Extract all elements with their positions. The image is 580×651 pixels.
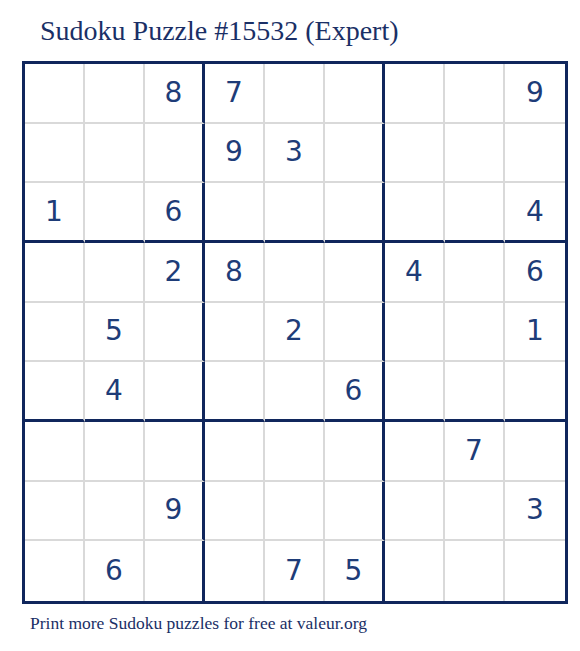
cell-r8c4 [205,482,265,542]
given-digit: 2 [165,258,183,286]
cell-r3c3: 6 [145,183,205,243]
cell-r2c8 [445,124,505,184]
given-digit: 6 [526,258,544,286]
cell-r9c7 [385,541,445,601]
given-digit: 9 [165,496,183,524]
given-digit: 8 [225,258,243,286]
cell-r4c7: 4 [385,243,445,303]
cell-r5c1 [25,303,85,363]
cell-r7c6 [325,422,385,482]
cell-r1c2 [85,64,145,124]
cell-r3c6 [325,183,385,243]
cell-r5c2: 5 [85,303,145,363]
given-digit: 9 [225,138,243,166]
given-digit: 4 [105,377,123,405]
cell-r9c5: 7 [265,541,325,601]
given-digit: 4 [526,198,544,226]
cell-r8c9: 3 [505,482,565,542]
cell-r5c9: 1 [505,303,565,363]
cell-r9c6: 5 [325,541,385,601]
cell-r4c5 [265,243,325,303]
cell-r5c6 [325,303,385,363]
cell-r8c7 [385,482,445,542]
given-digit: 3 [526,496,544,524]
cell-r9c1 [25,541,85,601]
cell-r2c9 [505,124,565,184]
cell-r3c9: 4 [505,183,565,243]
cell-r7c4 [205,422,265,482]
cell-r8c3: 9 [145,482,205,542]
cell-r7c5 [265,422,325,482]
given-digit: 7 [225,79,243,107]
cell-r1c5 [265,64,325,124]
sudoku-page: Sudoku Puzzle #15532 (Expert) 8799316428… [0,0,580,651]
cell-r2c6 [325,124,385,184]
cell-r1c3: 8 [145,64,205,124]
cell-r1c9: 9 [505,64,565,124]
cell-r5c3 [145,303,205,363]
cell-r2c7 [385,124,445,184]
cell-r1c4: 7 [205,64,265,124]
cell-r7c3 [145,422,205,482]
cell-r9c3 [145,541,205,601]
cell-r8c8 [445,482,505,542]
cell-r9c8 [445,541,505,601]
given-digit: 1 [526,317,544,345]
cell-r2c5: 3 [265,124,325,184]
cell-r4c6 [325,243,385,303]
cell-r8c6 [325,482,385,542]
given-digit: 3 [285,138,303,166]
given-digit: 6 [105,557,123,585]
cell-r3c2 [85,183,145,243]
cell-r4c2 [85,243,145,303]
given-digit: 1 [45,198,63,226]
cell-r6c6: 6 [325,362,385,422]
cell-r2c1 [25,124,85,184]
cell-r6c8 [445,362,505,422]
cell-r2c3 [145,124,205,184]
cell-r7c1 [25,422,85,482]
cell-r8c2 [85,482,145,542]
cell-r9c9 [505,541,565,601]
cell-r1c7 [385,64,445,124]
given-digit: 5 [105,317,123,345]
cell-r7c2 [85,422,145,482]
cell-r7c9 [505,422,565,482]
cell-r1c6 [325,64,385,124]
given-digit: 2 [285,317,303,345]
cell-r3c4 [205,183,265,243]
cell-r4c9: 6 [505,243,565,303]
cell-r1c8 [445,64,505,124]
cell-r8c5 [265,482,325,542]
cell-r3c7 [385,183,445,243]
cell-r6c2: 4 [85,362,145,422]
cell-r1c1 [25,64,85,124]
cell-r5c5: 2 [265,303,325,363]
cell-r4c3: 2 [145,243,205,303]
cell-r5c4 [205,303,265,363]
cell-r6c4 [205,362,265,422]
cell-r4c1 [25,243,85,303]
cell-r9c2: 6 [85,541,145,601]
cell-r7c7 [385,422,445,482]
given-digit: 4 [405,258,423,286]
given-digit: 5 [345,557,363,585]
cell-r6c7 [385,362,445,422]
given-digit: 9 [526,79,544,107]
cell-r6c3 [145,362,205,422]
cell-r8c1 [25,482,85,542]
sudoku-grid: 87993164284652146793675 [22,61,568,604]
cell-r3c5 [265,183,325,243]
given-digit: 8 [165,79,183,107]
cell-r4c8 [445,243,505,303]
cell-r6c1 [25,362,85,422]
cell-r9c4 [205,541,265,601]
cell-r4c4: 8 [205,243,265,303]
cell-r7c8: 7 [445,422,505,482]
given-digit: 7 [285,557,303,585]
cell-r6c9 [505,362,565,422]
cell-r2c4: 9 [205,124,265,184]
footer-text: Print more Sudoku puzzles for free at va… [30,613,367,634]
cell-r5c8 [445,303,505,363]
cell-r2c2 [85,124,145,184]
page-title: Sudoku Puzzle #15532 (Expert) [40,14,399,48]
cell-r3c1: 1 [25,183,85,243]
given-digit: 6 [345,377,363,405]
cell-r3c8 [445,183,505,243]
given-digit: 7 [465,437,483,465]
cell-r6c5 [265,362,325,422]
given-digit: 6 [165,198,183,226]
cell-r5c7 [385,303,445,363]
